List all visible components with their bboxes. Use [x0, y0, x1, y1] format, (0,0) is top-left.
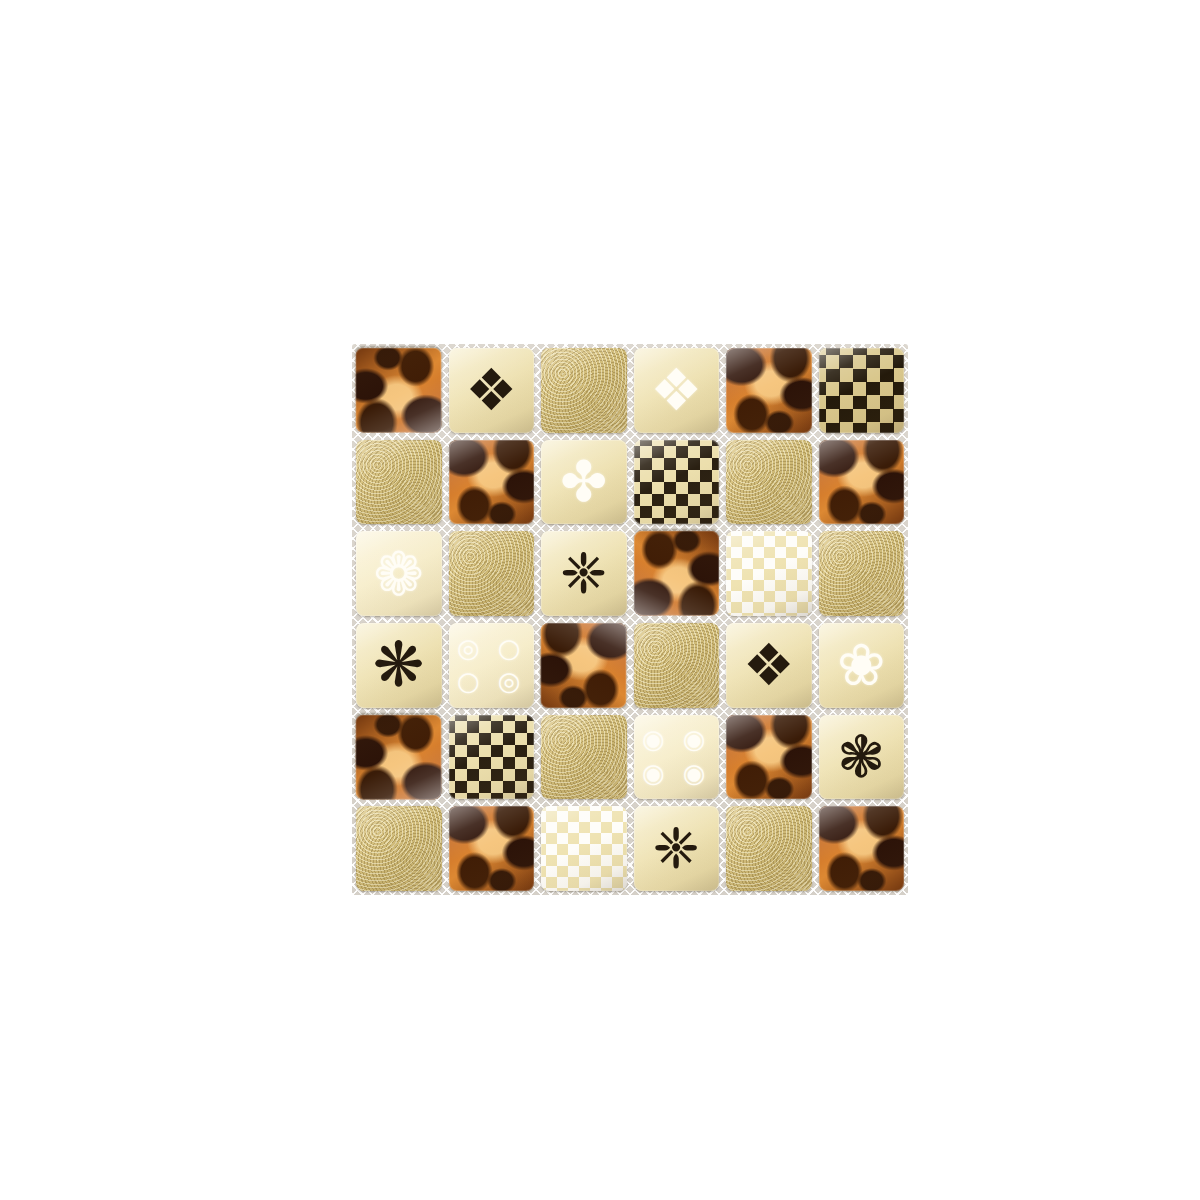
white-ornament-pattern-glyph: ❁ [374, 544, 424, 604]
black-pinwheel-pattern-glyph: ❋ [373, 634, 425, 696]
tile-r5c2-black-squares-checker [449, 715, 535, 800]
tile-r3c4-leopard [634, 531, 720, 616]
black-damask-pattern-glyph: ❈ [560, 546, 607, 602]
tile-r4c4-gold-stone [634, 623, 720, 708]
mosaic-sheet: ❖❖✤❁❈❋◎ ○ ○ ◎❖❀◉ ◉ ◉ ◉❃❈ [352, 344, 908, 895]
tile-r2c4-black-squares-checker [634, 440, 720, 525]
tile-r2c3-white-flower-cross: ✤ [541, 440, 627, 525]
tile-r3c1-white-ornament: ❁ [356, 531, 442, 616]
tile-r6c5-gold-stone [726, 806, 812, 891]
white-circles-pattern-glyph: ◎ ○ ○ ◎ [457, 632, 526, 700]
tile-r6c1-gold-stone [356, 806, 442, 891]
tile-r1c2-black-diamond-lattice: ❖ [449, 348, 535, 433]
white-flower-cross-pattern-glyph: ✤ [560, 454, 607, 510]
tile-r4c2-white-circles: ◎ ○ ○ ◎ [449, 623, 535, 708]
tile-r5c5-leopard [726, 715, 812, 800]
white-diamond-lattice-pattern-glyph: ❖ [650, 361, 702, 419]
black-flower-pattern-glyph: ❃ [837, 728, 886, 786]
tile-r1c4-white-diamond-lattice: ❖ [634, 348, 720, 433]
product-photo-canvas: ❖❖✤❁❈❋◎ ○ ○ ◎❖❀◉ ◉ ◉ ◉❃❈ [0, 0, 1200, 1200]
tile-r3c6-gold-stone [819, 531, 905, 616]
tile-r3c2-gold-stone [449, 531, 535, 616]
tile-r2c5-gold-stone [726, 440, 812, 525]
tile-r5c1-leopard [356, 715, 442, 800]
black-damask-pattern-glyph: ❈ [653, 821, 700, 877]
tile-r2c2-leopard [449, 440, 535, 525]
tile-r5c4-white-spirals: ◉ ◉ ◉ ◉ [634, 715, 720, 800]
tile-r4c3-leopard [541, 623, 627, 708]
black-diamond-lattice-pattern-glyph: ❖ [743, 636, 795, 694]
tile-r2c1-gold-stone [356, 440, 442, 525]
tile-r6c6-leopard [819, 806, 905, 891]
tile-r3c3-black-damask: ❈ [541, 531, 627, 616]
tile-r1c5-leopard [726, 348, 812, 433]
tile-r6c3-white-squares-grid [541, 806, 627, 891]
tile-r3c5-white-squares-grid [726, 531, 812, 616]
tile-r1c6-black-squares-grid [819, 348, 905, 433]
black-diamond-lattice-pattern-glyph: ❖ [465, 361, 517, 419]
tile-r4c1-black-pinwheel: ❋ [356, 623, 442, 708]
tile-r1c1-leopard [356, 348, 442, 433]
tile-r4c6-white-petal-flower: ❀ [819, 623, 905, 708]
white-spirals-pattern-glyph: ◉ ◉ ◉ ◉ [642, 723, 711, 791]
tile-r5c3-gold-stone [541, 715, 627, 800]
white-petal-flower-pattern-glyph: ❀ [837, 636, 886, 694]
tile-r1c3-gold-stone [541, 348, 627, 433]
tile-r2c6-leopard [819, 440, 905, 525]
tile-r5c6-black-flower: ❃ [819, 715, 905, 800]
tile-r4c5-black-diamond-lattice: ❖ [726, 623, 812, 708]
tile-r6c4-black-damask: ❈ [634, 806, 720, 891]
tile-r6c2-leopard [449, 806, 535, 891]
